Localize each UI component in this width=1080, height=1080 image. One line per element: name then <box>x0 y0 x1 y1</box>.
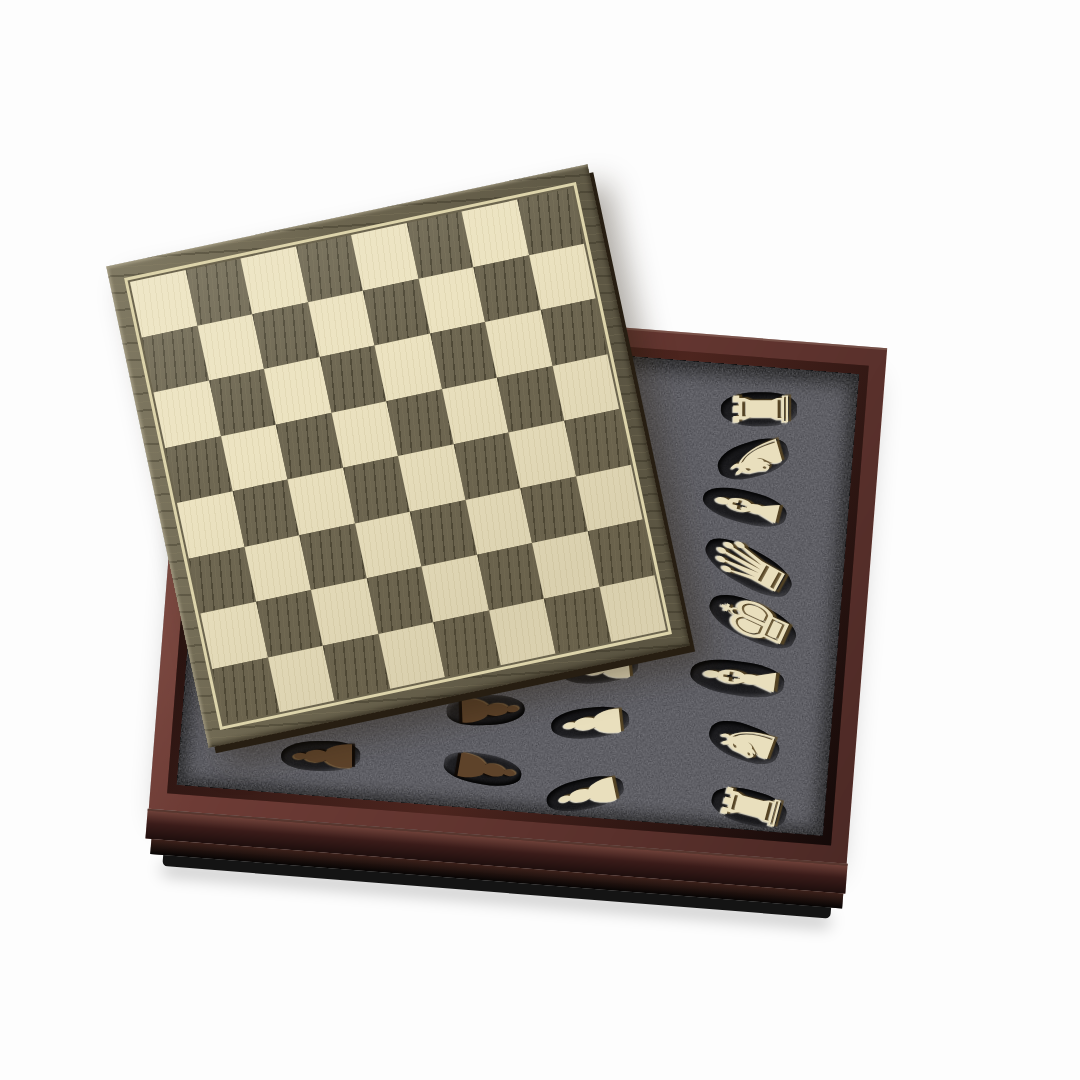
foam-slot <box>550 704 630 742</box>
foam-slot <box>704 713 784 770</box>
foam-slot <box>714 432 793 485</box>
chess-board-lid <box>106 164 690 748</box>
foam-slot <box>281 741 360 771</box>
foam-slot <box>447 694 526 727</box>
foam-slot <box>699 529 798 606</box>
foam-slot <box>699 481 789 533</box>
foam-slot <box>703 585 801 656</box>
board-grid <box>130 188 666 724</box>
foam-slot <box>721 392 797 426</box>
board-inlay-border <box>124 182 672 730</box>
foam-slot <box>708 781 790 833</box>
foam-slot <box>688 655 786 701</box>
square-h1 <box>599 575 666 642</box>
foam-slot <box>544 771 626 817</box>
product-scene: ♜♞♝♛♚♝♞♜♟♟♟♟♟♟ <box>0 0 1080 1080</box>
foam-slot <box>442 747 524 790</box>
